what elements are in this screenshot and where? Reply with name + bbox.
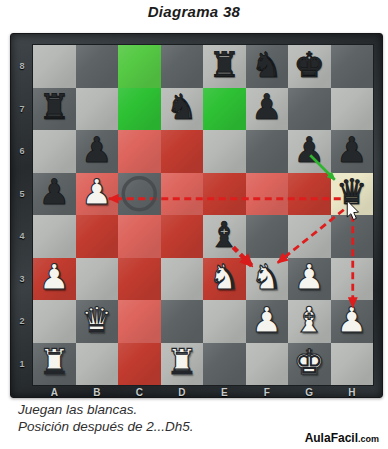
- file-label-D: D: [161, 385, 204, 399]
- file-label-G: G: [288, 385, 331, 399]
- piece-bN-f8[interactable]: ♞: [251, 48, 282, 83]
- piece-bB-e4[interactable]: ♝: [209, 218, 240, 253]
- file-label-C: C: [118, 385, 161, 399]
- rank-label-4: 4: [11, 215, 33, 258]
- square-h1[interactable]: [331, 343, 374, 386]
- square-c7[interactable]: [118, 88, 161, 131]
- square-g1[interactable]: ♚: [288, 343, 331, 386]
- caption-line-1: Juegan las blancas.: [18, 401, 194, 418]
- square-e8[interactable]: ♜: [203, 45, 246, 88]
- square-a6[interactable]: [33, 130, 76, 173]
- square-a5[interactable]: ♟: [33, 173, 76, 216]
- square-d1[interactable]: ♜: [161, 343, 204, 386]
- square-d6[interactable]: [161, 130, 204, 173]
- square-f1[interactable]: [246, 343, 289, 386]
- piece-wP-a3[interactable]: ♟: [39, 260, 70, 295]
- brand-suffix: .com: [358, 434, 379, 444]
- piece-bK-g8[interactable]: ♚: [294, 48, 325, 83]
- square-h4[interactable]: [331, 215, 374, 258]
- square-e1[interactable]: [203, 343, 246, 386]
- square-f4[interactable]: [246, 215, 289, 258]
- square-g7[interactable]: [288, 88, 331, 131]
- file-label-E: E: [203, 385, 246, 399]
- square-d7[interactable]: ♞: [161, 88, 204, 131]
- piece-wN-f3[interactable]: ♞: [251, 260, 282, 295]
- square-a3[interactable]: ♟: [33, 258, 76, 301]
- caption-line-2: Posición después de 2...Dh5.: [18, 418, 194, 435]
- square-h7[interactable]: [331, 88, 374, 131]
- square-e7[interactable]: [203, 88, 246, 131]
- piece-wP-b5[interactable]: ♟: [81, 175, 112, 210]
- square-g2[interactable]: ♝: [288, 300, 331, 343]
- square-h6[interactable]: ♟: [331, 130, 374, 173]
- square-c3[interactable]: [118, 258, 161, 301]
- piece-bR-e8[interactable]: ♜: [209, 48, 240, 83]
- file-label-B: B: [76, 385, 119, 399]
- square-b2[interactable]: ♛: [76, 300, 119, 343]
- square-b5[interactable]: ♟: [76, 173, 119, 216]
- piece-bQ-h5[interactable]: ♛: [336, 175, 367, 210]
- square-g4[interactable]: [288, 215, 331, 258]
- square-b1[interactable]: [76, 343, 119, 386]
- piece-wR-a1[interactable]: ♜: [39, 345, 70, 380]
- rank-label-1: 1: [11, 343, 33, 386]
- brand-watermark: AulaFacil.com: [305, 428, 379, 446]
- file-label-H: H: [331, 385, 374, 399]
- square-d8[interactable]: [161, 45, 204, 88]
- piece-wP-f2[interactable]: ♟: [251, 303, 282, 338]
- square-a2[interactable]: [33, 300, 76, 343]
- square-e5[interactable]: [203, 173, 246, 216]
- piece-wP-h2[interactable]: ♟: [336, 303, 367, 338]
- square-e3[interactable]: ♞: [203, 258, 246, 301]
- square-b3[interactable]: [76, 258, 119, 301]
- square-g5[interactable]: [288, 173, 331, 216]
- square-g3[interactable]: ♟: [288, 258, 331, 301]
- piece-wN-e3[interactable]: ♞: [209, 260, 240, 295]
- rank-label-8: 8: [11, 45, 33, 88]
- square-a4[interactable]: [33, 215, 76, 258]
- square-f2[interactable]: ♟: [246, 300, 289, 343]
- rank-label-7: 7: [11, 88, 33, 131]
- square-e2[interactable]: [203, 300, 246, 343]
- square-d2[interactable]: [161, 300, 204, 343]
- square-c8[interactable]: [118, 45, 161, 88]
- square-e4[interactable]: ♝: [203, 215, 246, 258]
- diagram-title: Diagrama 38: [0, 3, 388, 20]
- piece-bP-g6[interactable]: ♟: [294, 133, 325, 168]
- piece-bP-h6[interactable]: ♟: [336, 133, 367, 168]
- rank-label-5: 5: [11, 173, 33, 216]
- square-c1[interactable]: [118, 343, 161, 386]
- piece-bN-d7[interactable]: ♞: [166, 90, 197, 125]
- square-b7[interactable]: [76, 88, 119, 131]
- square-a1[interactable]: ♜: [33, 343, 76, 386]
- rank-label-3: 3: [11, 258, 33, 301]
- piece-bR-a7[interactable]: ♜: [39, 90, 70, 125]
- square-b6[interactable]: ♟: [76, 130, 119, 173]
- square-d4[interactable]: [161, 215, 204, 258]
- square-c4[interactable]: [118, 215, 161, 258]
- square-f6[interactable]: [246, 130, 289, 173]
- square-b8[interactable]: [76, 45, 119, 88]
- piece-wB-g2[interactable]: ♝: [294, 303, 325, 338]
- square-g8[interactable]: ♚: [288, 45, 331, 88]
- square-h2[interactable]: ♟: [331, 300, 374, 343]
- piece-bP-b6[interactable]: ♟: [81, 133, 112, 168]
- square-h5[interactable]: ♛: [331, 173, 374, 216]
- square-b4[interactable]: [76, 215, 119, 258]
- square-c2[interactable]: [118, 300, 161, 343]
- square-h3[interactable]: [331, 258, 374, 301]
- square-e6[interactable]: [203, 130, 246, 173]
- square-a8[interactable]: [33, 45, 76, 88]
- rank-label-6: 6: [11, 130, 33, 173]
- square-f3[interactable]: ♞: [246, 258, 289, 301]
- square-f8[interactable]: ♞: [246, 45, 289, 88]
- piece-bP-f7[interactable]: ♟: [251, 90, 282, 125]
- chess-board: ♜♞♚♜♞♟♟♟♟♟♟♛♝♟♞♞♟♛♟♝♟♜♜♚ 87654321ABCDEFG…: [10, 33, 383, 398]
- file-label-A: A: [33, 385, 76, 399]
- square-h8[interactable]: [331, 45, 374, 88]
- square-f5[interactable]: [246, 173, 289, 216]
- square-f7[interactable]: ♟: [246, 88, 289, 131]
- file-label-F: F: [246, 385, 289, 399]
- square-d5[interactable]: [161, 173, 204, 216]
- rank-label-2: 2: [11, 300, 33, 343]
- square-g6[interactable]: ♟: [288, 130, 331, 173]
- brand-name: AulaFacil: [305, 431, 358, 445]
- square-d3[interactable]: [161, 258, 204, 301]
- piece-bP-a5[interactable]: ♟: [39, 175, 70, 210]
- piece-wQ-b2[interactable]: ♛: [81, 303, 112, 338]
- square-c5[interactable]: [118, 173, 161, 216]
- piece-wP-g3[interactable]: ♟: [294, 260, 325, 295]
- board-grid: ♜♞♚♜♞♟♟♟♟♟♟♛♝♟♞♞♟♛♟♝♟♜♜♚: [33, 45, 373, 385]
- square-a7[interactable]: ♜: [33, 88, 76, 131]
- caption: Juegan las blancas. Posición después de …: [18, 401, 194, 435]
- square-c6[interactable]: [118, 130, 161, 173]
- piece-wR-d1[interactable]: ♜: [166, 345, 197, 380]
- piece-wK-g1[interactable]: ♚: [294, 345, 325, 380]
